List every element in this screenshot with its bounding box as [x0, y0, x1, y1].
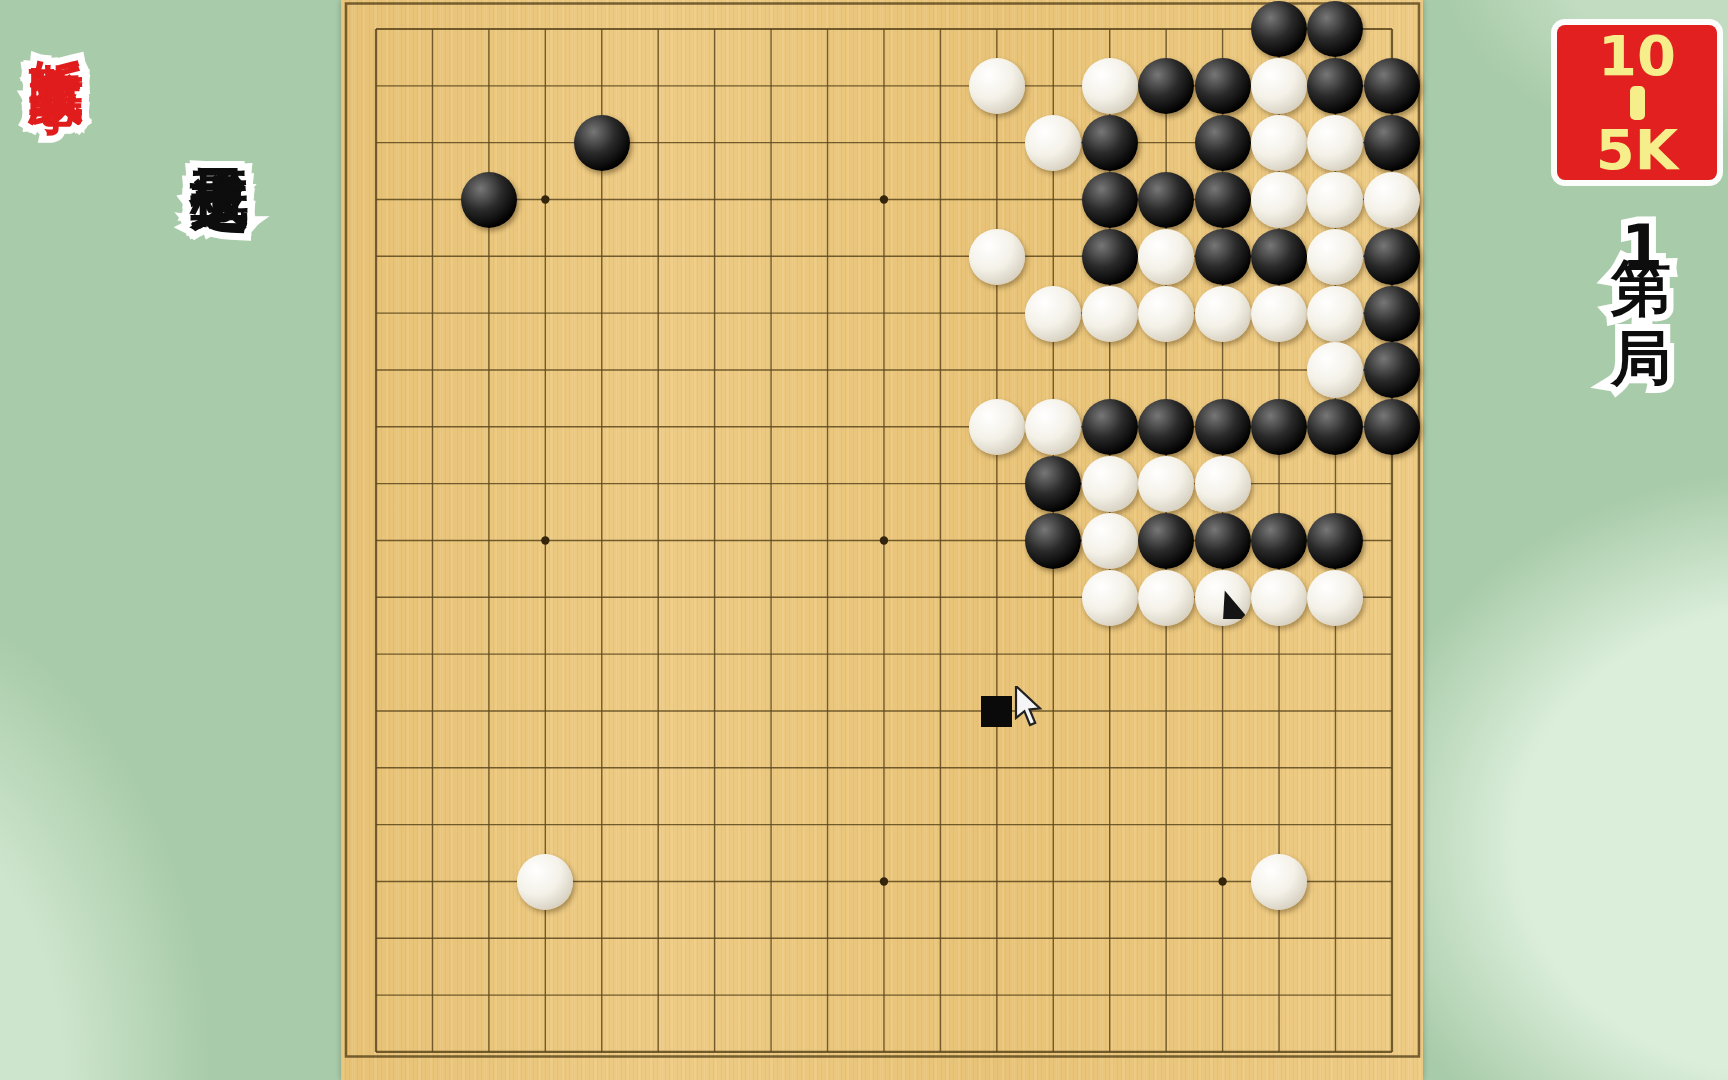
rank-badge-separator-icon	[1630, 86, 1645, 120]
black-stone	[1364, 228, 1420, 285]
white-stone	[1138, 228, 1194, 285]
white-stone	[1251, 172, 1307, 229]
black-stone	[1138, 172, 1194, 229]
white-stone	[1138, 285, 1194, 342]
white-stone	[1081, 456, 1137, 513]
black-stone	[1194, 58, 1250, 115]
white-stone	[1025, 399, 1081, 456]
black-stone	[1251, 228, 1307, 285]
black-stone	[1307, 1, 1363, 58]
black-stone	[1194, 513, 1250, 570]
black-stone	[1364, 115, 1420, 172]
white-stone	[1307, 285, 1363, 342]
stones-layer	[348, 1, 1420, 1080]
black-stone	[1364, 285, 1420, 342]
white-stone	[1194, 569, 1250, 626]
white-stone	[1251, 58, 1307, 115]
black-stone	[1081, 172, 1137, 229]
white-stone	[1081, 513, 1137, 570]
go-board[interactable]	[341, 0, 1423, 1080]
black-stone	[1081, 228, 1137, 285]
white-stone	[1251, 854, 1307, 911]
black-stone	[1251, 513, 1307, 570]
caption-red-text: 斩断实战恶手	[26, 16, 86, 40]
black-stone	[1194, 115, 1250, 172]
white-stone	[969, 399, 1025, 456]
black-stone	[1025, 456, 1081, 513]
rank-badge-bottom: 5K	[1596, 124, 1678, 176]
game-number-text: 第1局	[1612, 210, 1672, 286]
black-stone	[1194, 399, 1250, 456]
black-stone	[1081, 115, 1137, 172]
mouse-cursor-icon	[1014, 686, 1044, 728]
caption-black-vertical: 寻找棋之正道 寻找棋之正道	[190, 122, 250, 128]
black-stone	[461, 172, 517, 229]
black-stone	[1307, 513, 1363, 570]
white-stone	[1364, 172, 1420, 229]
white-stone	[1081, 58, 1137, 115]
white-stone	[517, 854, 573, 911]
white-stone	[1251, 285, 1307, 342]
rank-badge: 10 5K	[1557, 25, 1717, 180]
black-stone	[1138, 513, 1194, 570]
black-stone	[1138, 58, 1194, 115]
black-stone	[1251, 399, 1307, 456]
white-stone	[1138, 569, 1194, 626]
black-stone	[1081, 399, 1137, 456]
white-stone	[1307, 342, 1363, 399]
white-stone	[1025, 115, 1081, 172]
black-stone	[574, 115, 630, 172]
rank-badge-top: 10	[1598, 30, 1676, 82]
white-stone	[1307, 115, 1363, 172]
black-stone	[1194, 228, 1250, 285]
white-stone	[1251, 569, 1307, 626]
black-stone	[1364, 399, 1420, 456]
white-stone	[1307, 569, 1363, 626]
white-stone	[1081, 285, 1137, 342]
white-stone	[1025, 285, 1081, 342]
black-stone	[1251, 1, 1307, 58]
triangle-marker-icon	[1195, 570, 1251, 626]
game-number-caption: 第1局 第1局	[1612, 210, 1672, 286]
black-stone	[1307, 399, 1363, 456]
white-stone	[969, 58, 1025, 115]
white-stone	[1194, 285, 1250, 342]
white-stone	[1081, 569, 1137, 626]
white-stone	[969, 228, 1025, 285]
white-stone	[1307, 172, 1363, 229]
black-stone	[1364, 342, 1420, 399]
white-stone	[1194, 456, 1250, 513]
caption-red-vertical: 斩断实战恶手 斩断实战恶手	[26, 16, 86, 40]
white-stone	[1138, 456, 1194, 513]
black-stone	[1364, 58, 1420, 115]
black-stone	[1194, 172, 1250, 229]
white-stone	[1307, 228, 1363, 285]
black-stone	[1025, 513, 1081, 570]
caption-black-text: 寻找棋之正道	[190, 122, 250, 128]
black-stone	[1307, 58, 1363, 115]
white-stone	[1251, 115, 1307, 172]
black-stone	[1138, 399, 1194, 456]
